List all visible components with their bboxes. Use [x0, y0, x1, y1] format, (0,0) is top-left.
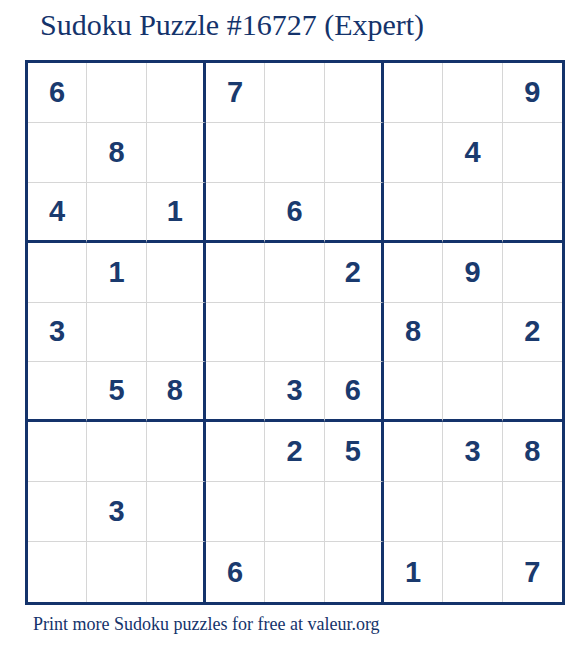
cell-r5c3[interactable]	[147, 303, 206, 363]
sudoku-board: 67984416129382583625383617	[25, 60, 565, 605]
cell-r9c8[interactable]	[443, 542, 502, 602]
sudoku-page: Sudoku Puzzle #16727 (Expert) 6798441612…	[0, 0, 580, 651]
cell-r1c3[interactable]	[147, 63, 206, 123]
cell-r5c7[interactable]: 8	[384, 303, 443, 363]
cell-r6c5[interactable]: 3	[265, 362, 324, 422]
cell-r7c3[interactable]	[147, 422, 206, 482]
cell-r3c9[interactable]	[503, 183, 562, 243]
cell-r8c2[interactable]: 3	[87, 482, 146, 542]
cell-r4c3[interactable]	[147, 243, 206, 303]
cell-r1c4[interactable]: 7	[206, 63, 265, 123]
cell-r6c6[interactable]: 6	[325, 362, 384, 422]
cell-r8c6[interactable]	[325, 482, 384, 542]
cell-r7c5[interactable]: 2	[265, 422, 324, 482]
cell-r1c6[interactable]	[325, 63, 384, 123]
cell-r7c7[interactable]	[384, 422, 443, 482]
cell-r2c4[interactable]	[206, 123, 265, 183]
cell-r6c2[interactable]: 5	[87, 362, 146, 422]
cell-r2c2[interactable]: 8	[87, 123, 146, 183]
cell-r8c8[interactable]	[443, 482, 502, 542]
cell-r2c8[interactable]: 4	[443, 123, 502, 183]
cell-r6c7[interactable]	[384, 362, 443, 422]
cell-r3c2[interactable]	[87, 183, 146, 243]
cell-r3c4[interactable]	[206, 183, 265, 243]
cell-r5c2[interactable]	[87, 303, 146, 363]
cell-r3c6[interactable]	[325, 183, 384, 243]
cell-r7c9[interactable]: 8	[503, 422, 562, 482]
cell-r9c1[interactable]	[28, 542, 87, 602]
cell-r4c1[interactable]	[28, 243, 87, 303]
cell-r2c5[interactable]	[265, 123, 324, 183]
cell-r3c7[interactable]	[384, 183, 443, 243]
cell-r4c7[interactable]	[384, 243, 443, 303]
cell-r4c8[interactable]: 9	[443, 243, 502, 303]
cell-r5c5[interactable]	[265, 303, 324, 363]
cell-r9c2[interactable]	[87, 542, 146, 602]
cell-r5c9[interactable]: 2	[503, 303, 562, 363]
cell-r4c4[interactable]	[206, 243, 265, 303]
cell-r3c8[interactable]	[443, 183, 502, 243]
cell-r2c7[interactable]	[384, 123, 443, 183]
cell-r9c9[interactable]: 7	[503, 542, 562, 602]
cell-r8c4[interactable]	[206, 482, 265, 542]
cell-r6c3[interactable]: 8	[147, 362, 206, 422]
cell-r1c9[interactable]: 9	[503, 63, 562, 123]
cell-r1c7[interactable]	[384, 63, 443, 123]
cell-r6c4[interactable]	[206, 362, 265, 422]
cell-r6c8[interactable]	[443, 362, 502, 422]
page-title: Sudoku Puzzle #16727 (Expert)	[40, 8, 424, 42]
footer-text: Print more Sudoku puzzles for free at va…	[33, 614, 380, 635]
cell-r4c5[interactable]	[265, 243, 324, 303]
cell-r8c7[interactable]	[384, 482, 443, 542]
cell-r5c1[interactable]: 3	[28, 303, 87, 363]
cell-r4c6[interactable]: 2	[325, 243, 384, 303]
cell-r9c7[interactable]: 1	[384, 542, 443, 602]
cell-r3c3[interactable]: 1	[147, 183, 206, 243]
cell-r8c1[interactable]	[28, 482, 87, 542]
cell-r8c9[interactable]	[503, 482, 562, 542]
cell-r9c6[interactable]	[325, 542, 384, 602]
cell-r2c3[interactable]	[147, 123, 206, 183]
cell-r1c2[interactable]	[87, 63, 146, 123]
cell-r5c8[interactable]	[443, 303, 502, 363]
cell-r9c4[interactable]: 6	[206, 542, 265, 602]
cell-r4c9[interactable]	[503, 243, 562, 303]
cell-r6c1[interactable]	[28, 362, 87, 422]
cell-r3c1[interactable]: 4	[28, 183, 87, 243]
cell-r4c2[interactable]: 1	[87, 243, 146, 303]
cell-r6c9[interactable]	[503, 362, 562, 422]
cell-r8c3[interactable]	[147, 482, 206, 542]
cell-r3c5[interactable]: 6	[265, 183, 324, 243]
cell-r1c5[interactable]	[265, 63, 324, 123]
cell-r7c4[interactable]	[206, 422, 265, 482]
cell-r1c1[interactable]: 6	[28, 63, 87, 123]
cell-r7c8[interactable]: 3	[443, 422, 502, 482]
cell-r7c6[interactable]: 5	[325, 422, 384, 482]
cell-r2c6[interactable]	[325, 123, 384, 183]
cell-r5c4[interactable]	[206, 303, 265, 363]
cell-r9c5[interactable]	[265, 542, 324, 602]
cell-r7c2[interactable]	[87, 422, 146, 482]
cell-r7c1[interactable]	[28, 422, 87, 482]
cell-r5c6[interactable]	[325, 303, 384, 363]
cell-r1c8[interactable]	[443, 63, 502, 123]
cell-r8c5[interactable]	[265, 482, 324, 542]
cell-r2c9[interactable]	[503, 123, 562, 183]
cell-r2c1[interactable]	[28, 123, 87, 183]
cell-r9c3[interactable]	[147, 542, 206, 602]
